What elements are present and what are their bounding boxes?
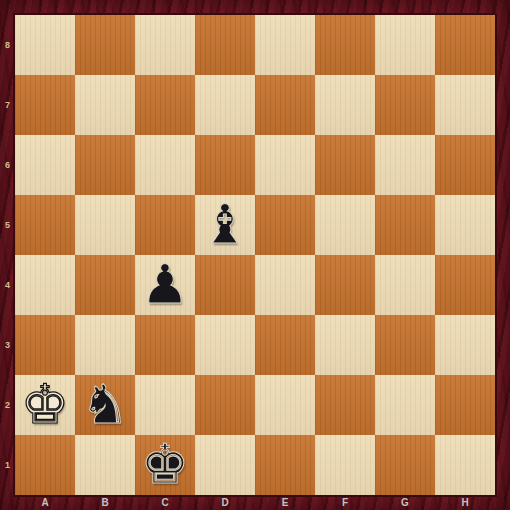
square-g6[interactable] — [375, 135, 435, 195]
rank-label-5: 5 — [0, 195, 15, 255]
square-h7[interactable] — [435, 75, 495, 135]
square-c2[interactable] — [135, 375, 195, 435]
square-a8[interactable] — [15, 15, 75, 75]
square-d4[interactable] — [195, 255, 255, 315]
square-c6[interactable] — [135, 135, 195, 195]
file-label-f: F — [315, 495, 375, 510]
rank-label-6: 6 — [0, 135, 15, 195]
square-a5[interactable] — [15, 195, 75, 255]
square-h4[interactable] — [435, 255, 495, 315]
square-c5[interactable] — [135, 195, 195, 255]
square-b6[interactable] — [75, 135, 135, 195]
square-g8[interactable] — [375, 15, 435, 75]
rank-label-2: 2 — [0, 375, 15, 435]
square-d6[interactable] — [195, 135, 255, 195]
rank-label-1: 1 — [0, 435, 15, 495]
square-b4[interactable] — [75, 255, 135, 315]
rank-label-8: 8 — [0, 15, 15, 75]
rank-label-4: 4 — [0, 255, 15, 315]
square-f1[interactable] — [315, 435, 375, 495]
square-b3[interactable] — [75, 315, 135, 375]
square-h1[interactable] — [435, 435, 495, 495]
file-label-a: A — [15, 495, 75, 510]
file-label-h: H — [435, 495, 495, 510]
square-c7[interactable] — [135, 75, 195, 135]
square-d2[interactable] — [195, 375, 255, 435]
black-bishop-d5[interactable]: ♝ — [195, 195, 255, 255]
square-b8[interactable] — [75, 15, 135, 75]
square-e7[interactable] — [255, 75, 315, 135]
board-frame: 87654321ABCDEFGH♝♟♚♞♚ — [0, 0, 510, 510]
square-g2[interactable] — [375, 375, 435, 435]
black-king-c1[interactable]: ♚ — [135, 435, 195, 495]
square-c8[interactable] — [135, 15, 195, 75]
square-h2[interactable] — [435, 375, 495, 435]
square-h5[interactable] — [435, 195, 495, 255]
square-g4[interactable] — [375, 255, 435, 315]
square-e5[interactable] — [255, 195, 315, 255]
square-f4[interactable] — [315, 255, 375, 315]
rank-label-7: 7 — [0, 75, 15, 135]
square-e8[interactable] — [255, 15, 315, 75]
square-a1[interactable] — [15, 435, 75, 495]
file-label-d: D — [195, 495, 255, 510]
file-label-e: E — [255, 495, 315, 510]
square-c3[interactable] — [135, 315, 195, 375]
square-g5[interactable] — [375, 195, 435, 255]
file-label-c: C — [135, 495, 195, 510]
square-f6[interactable] — [315, 135, 375, 195]
rank-label-3: 3 — [0, 315, 15, 375]
black-pawn-c4[interactable]: ♟ — [135, 255, 195, 315]
square-h6[interactable] — [435, 135, 495, 195]
white-king-a2[interactable]: ♚ — [15, 375, 75, 435]
square-e6[interactable] — [255, 135, 315, 195]
square-d3[interactable] — [195, 315, 255, 375]
square-f5[interactable] — [315, 195, 375, 255]
file-label-b: B — [75, 495, 135, 510]
square-a3[interactable] — [15, 315, 75, 375]
black-knight-b2[interactable]: ♞ — [75, 375, 135, 435]
square-f7[interactable] — [315, 75, 375, 135]
square-f8[interactable] — [315, 15, 375, 75]
square-a4[interactable] — [15, 255, 75, 315]
square-f2[interactable] — [315, 375, 375, 435]
file-label-g: G — [375, 495, 435, 510]
square-a7[interactable] — [15, 75, 75, 135]
square-f3[interactable] — [315, 315, 375, 375]
square-d1[interactable] — [195, 435, 255, 495]
square-e2[interactable] — [255, 375, 315, 435]
square-b5[interactable] — [75, 195, 135, 255]
square-e4[interactable] — [255, 255, 315, 315]
square-b7[interactable] — [75, 75, 135, 135]
square-g3[interactable] — [375, 315, 435, 375]
square-d7[interactable] — [195, 75, 255, 135]
square-h8[interactable] — [435, 15, 495, 75]
square-b1[interactable] — [75, 435, 135, 495]
square-h3[interactable] — [435, 315, 495, 375]
square-g1[interactable] — [375, 435, 435, 495]
square-a6[interactable] — [15, 135, 75, 195]
square-g7[interactable] — [375, 75, 435, 135]
square-e1[interactable] — [255, 435, 315, 495]
square-d8[interactable] — [195, 15, 255, 75]
square-e3[interactable] — [255, 315, 315, 375]
